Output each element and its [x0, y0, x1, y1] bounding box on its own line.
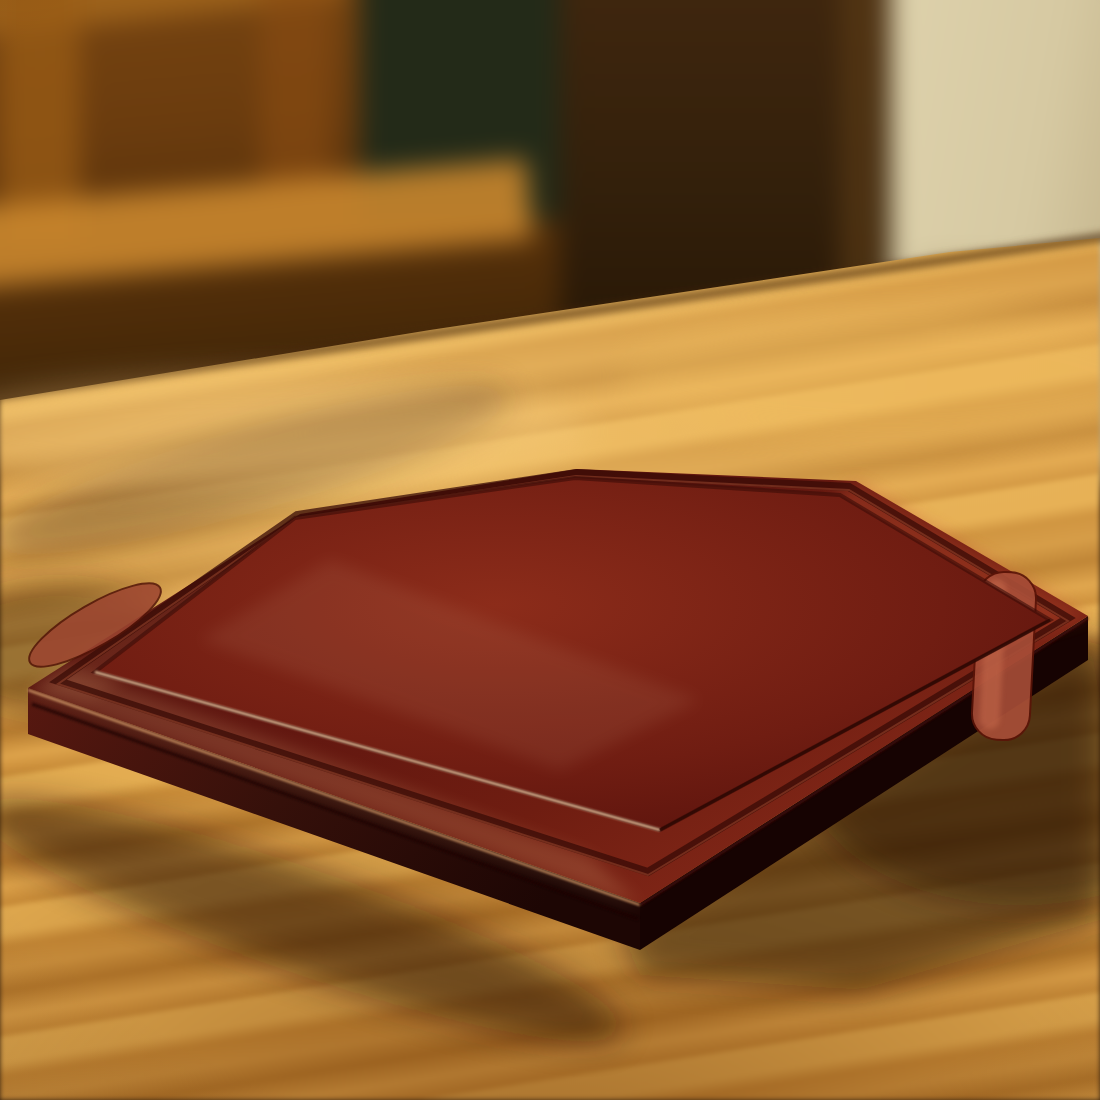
photo-scene: Chinese Checkers [0, 0, 1100, 1100]
chinese-checkers-board [0, 0, 1100, 1100]
table-light-pool [620, 307, 1100, 443]
